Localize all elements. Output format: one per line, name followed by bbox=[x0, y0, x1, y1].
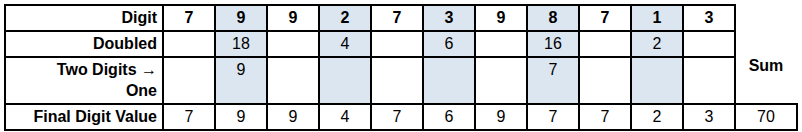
cell-digit-col3: 2 bbox=[320, 6, 370, 30]
cell-digit-col7: 8 bbox=[528, 6, 578, 30]
cell-two-digits-one-col6 bbox=[476, 58, 526, 103]
sum-header: Sum bbox=[734, 4, 798, 103]
row-label-doubled: Doubled bbox=[6, 32, 162, 56]
row-label-two-digits-one: Two Digits →One bbox=[6, 58, 162, 103]
cell-final-digit-value-col5: 6 bbox=[424, 105, 474, 129]
cell-final-digit-value-col6: 9 bbox=[476, 105, 526, 129]
row-label-final-digit-value: Final Digit Value bbox=[6, 105, 162, 129]
cell-doubled-col5: 6 bbox=[424, 32, 474, 56]
cell-digit-col9: 1 bbox=[632, 6, 682, 30]
cell-final-digit-value-col7: 7 bbox=[528, 105, 578, 129]
sum-column: Sum 70 bbox=[734, 4, 798, 131]
cell-digit-col10: 3 bbox=[684, 6, 734, 30]
cell-two-digits-one-col4 bbox=[372, 58, 422, 103]
cell-two-digits-one-col7: 7 bbox=[528, 58, 578, 103]
cell-doubled-col0 bbox=[164, 32, 214, 56]
cell-digit-col0: 7 bbox=[164, 6, 214, 30]
cell-digit-col8: 7 bbox=[580, 6, 630, 30]
cell-two-digits-one-col1: 9 bbox=[216, 58, 266, 103]
cell-final-digit-value-col1: 9 bbox=[216, 105, 266, 129]
cell-doubled-col4 bbox=[372, 32, 422, 56]
cell-doubled-col7: 16 bbox=[528, 32, 578, 56]
cell-doubled-col1: 18 bbox=[216, 32, 266, 56]
cell-two-digits-one-col10 bbox=[684, 58, 734, 103]
cell-final-digit-value-col10: 3 bbox=[684, 105, 734, 129]
cell-doubled-col10 bbox=[684, 32, 734, 56]
cell-final-digit-value-col4: 7 bbox=[372, 105, 422, 129]
cell-final-digit-value-col2: 9 bbox=[268, 105, 318, 129]
cell-two-digits-one-col3 bbox=[320, 58, 370, 103]
cell-two-digits-one-col2 bbox=[268, 58, 318, 103]
cell-digit-col1: 9 bbox=[216, 6, 266, 30]
cell-two-digits-one-col0 bbox=[164, 58, 214, 103]
luhn-table: Digit79927398713Doubled1846162Two Digits… bbox=[4, 4, 736, 131]
cell-final-digit-value-col8: 7 bbox=[580, 105, 630, 129]
cell-doubled-col3: 4 bbox=[320, 32, 370, 56]
cell-doubled-col6 bbox=[476, 32, 526, 56]
cell-doubled-col2 bbox=[268, 32, 318, 56]
row-label-digit: Digit bbox=[6, 6, 162, 30]
cell-digit-col4: 7 bbox=[372, 6, 422, 30]
cell-two-digits-one-col9 bbox=[632, 58, 682, 103]
cell-digit-col5: 3 bbox=[424, 6, 474, 30]
cell-final-digit-value-col3: 4 bbox=[320, 105, 370, 129]
cell-digit-col2: 9 bbox=[268, 6, 318, 30]
cell-doubled-col9: 2 bbox=[632, 32, 682, 56]
cell-digit-col6: 9 bbox=[476, 6, 526, 30]
cell-final-digit-value-col0: 7 bbox=[164, 105, 214, 129]
cell-two-digits-one-col8 bbox=[580, 58, 630, 103]
luhn-worksheet: Digit79927398713Doubled1846162Two Digits… bbox=[0, 0, 802, 131]
sum-total-cell: 70 bbox=[734, 103, 798, 131]
cell-two-digits-one-col5 bbox=[424, 58, 474, 103]
cell-doubled-col8 bbox=[580, 32, 630, 56]
cell-final-digit-value-col9: 2 bbox=[632, 105, 682, 129]
